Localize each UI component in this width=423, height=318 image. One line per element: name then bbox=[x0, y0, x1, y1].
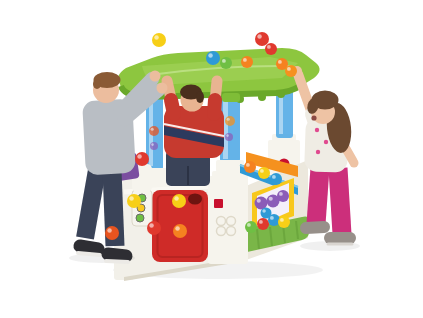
ball-red-on-door bbox=[147, 221, 161, 235]
ball-orange-in-column bbox=[225, 116, 235, 126]
boy-gray-sole-right bbox=[106, 261, 128, 262]
ball-blue-in-trough bbox=[268, 214, 280, 226]
girl-mouth bbox=[311, 115, 316, 120]
ball-yellow-in-trough bbox=[278, 216, 290, 228]
ball-blue-air bbox=[206, 51, 220, 65]
ball-yellow-air-left bbox=[152, 33, 166, 47]
panel-dot-green-2 bbox=[136, 214, 144, 222]
ball-orange-on-door bbox=[173, 224, 187, 238]
ball-purple-in-column bbox=[225, 133, 233, 141]
roof-center-tab bbox=[222, 93, 240, 102]
boy-gray-sole-left bbox=[78, 253, 100, 255]
boy-gray-hand-upper bbox=[150, 71, 161, 82]
ball-orange-air-3 bbox=[285, 65, 297, 77]
corner-tower bbox=[208, 176, 248, 264]
boy-gray-leg-left bbox=[85, 170, 97, 238]
girl-shoe-left bbox=[306, 227, 324, 228]
scene-illustration: POP bbox=[0, 0, 423, 318]
ball-green-in-trough bbox=[245, 221, 257, 233]
ball-yellow-by-panel bbox=[127, 194, 141, 208]
product-photo: POP bbox=[0, 0, 423, 318]
boy-gray-hair-front bbox=[93, 79, 101, 89]
ball-orange-by-shoe bbox=[105, 226, 119, 240]
ball-red-air-1 bbox=[255, 32, 269, 46]
ball-orange-in-left-column bbox=[149, 126, 159, 136]
boy-red-hair-side bbox=[196, 91, 204, 103]
ball-purple-in-left-column bbox=[150, 142, 158, 150]
boy-gray-shoe-right bbox=[108, 254, 126, 256]
logo-badge bbox=[214, 199, 223, 208]
ball-red-air-2 bbox=[265, 43, 277, 55]
girl-leg-left bbox=[316, 168, 320, 224]
boy-gray-shoe-left bbox=[80, 246, 98, 249]
ball-red-in-trough bbox=[257, 218, 269, 230]
ball-orange-on-ramp bbox=[244, 161, 256, 173]
ball-blue-on-ramp bbox=[270, 173, 282, 185]
ball-yellow-on-ramp bbox=[258, 167, 270, 179]
ball-orange-air-1 bbox=[241, 56, 253, 68]
ball-green-air bbox=[220, 57, 232, 69]
girl-hand-down bbox=[350, 159, 359, 168]
boy-red-sleeve-left bbox=[171, 100, 174, 114]
girl-leg-right bbox=[338, 168, 342, 234]
ball-purple-window-3 bbox=[277, 190, 289, 202]
boy-red-sleeve-right bbox=[214, 100, 215, 114]
door-ball-hole bbox=[188, 194, 202, 205]
boy-gray-hand-lower bbox=[157, 83, 168, 94]
center-column-base-step1 bbox=[216, 160, 244, 172]
ball-red-on-post bbox=[135, 152, 149, 166]
ball-yellow-on-door bbox=[172, 194, 186, 208]
